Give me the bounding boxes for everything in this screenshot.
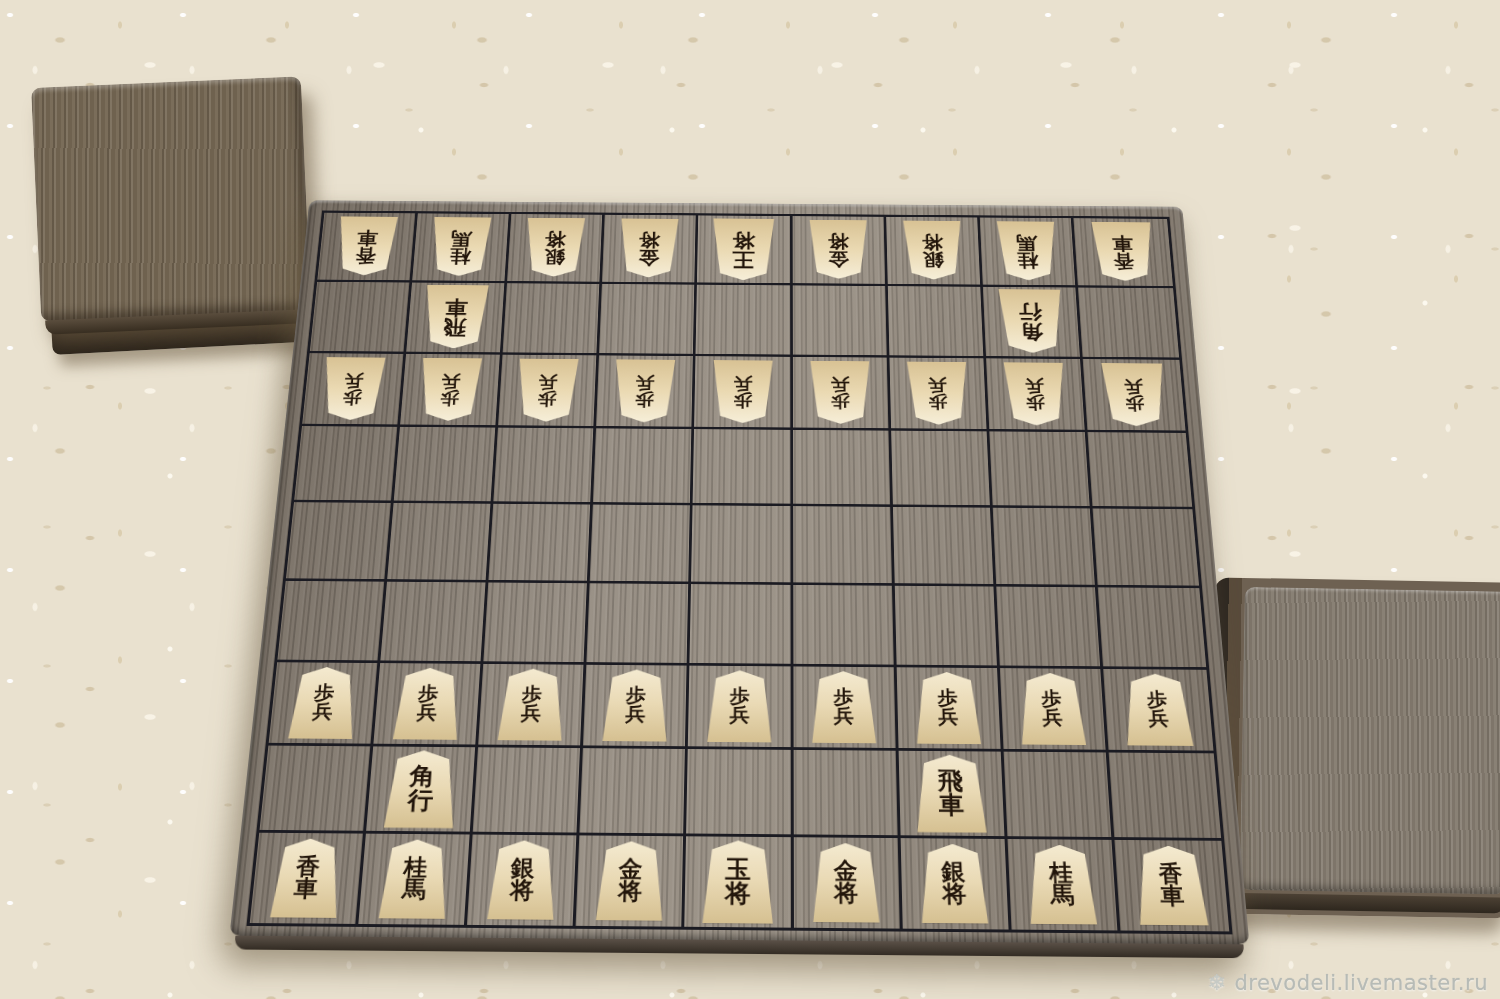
- board-cell: [686, 749, 793, 837]
- board-cell: [996, 586, 1103, 668]
- board-cell: [887, 286, 985, 358]
- watermark: ❄drevodeli.livemaster.ru: [1208, 970, 1489, 995]
- piece-kanji: 馬: [1050, 884, 1075, 907]
- piece-kanji: 香: [355, 246, 377, 264]
- board-cell: 歩兵: [986, 358, 1088, 432]
- board-cell: 銀将: [900, 838, 1011, 929]
- gote-pawn-piece: 歩兵: [418, 358, 483, 421]
- board-cell: 銀将: [886, 217, 983, 287]
- board-grid: 香車桂馬銀将金将王将金将銀将桂馬香車飛車角行歩兵歩兵歩兵歩兵歩兵歩兵歩兵歩兵歩兵…: [246, 211, 1232, 935]
- board-cell: [1078, 287, 1179, 359]
- gote-knight-piece: 桂馬: [429, 217, 492, 276]
- sente-silver-general-piece: 銀将: [487, 840, 558, 920]
- sente-gold-general-piece: 金将: [595, 841, 665, 921]
- piece-kanji: 歩: [1124, 394, 1144, 410]
- board-cell: 歩兵: [688, 665, 793, 750]
- piece-kanji: 兵: [1123, 378, 1143, 394]
- board-cell: 歩兵: [896, 667, 1003, 752]
- piece-kanji: 車: [1111, 234, 1133, 251]
- board-cell: 香車: [1114, 840, 1229, 931]
- board-cell: [587, 583, 692, 665]
- piece-kanji: 歩: [440, 389, 460, 405]
- board-cell: 歩兵: [1103, 669, 1214, 754]
- board-cell: 角行: [983, 287, 1083, 359]
- board-cell: [792, 285, 889, 357]
- board-cell: 桂馬: [980, 218, 1078, 288]
- board-cell: [1092, 509, 1199, 589]
- board-cell: 歩兵: [694, 356, 792, 430]
- board-cell: [593, 429, 694, 506]
- board-cell: [380, 582, 488, 664]
- piece-kanji: 兵: [625, 705, 646, 724]
- board-cell: [690, 584, 793, 666]
- gote-gold-general-piece: 金将: [619, 219, 679, 278]
- board-cell: 金将: [576, 836, 687, 927]
- board-cell: 歩兵: [793, 666, 898, 751]
- piece-kanji: 兵: [441, 373, 461, 389]
- board-cell: 桂馬: [412, 213, 511, 283]
- board-cell: 飛車: [898, 751, 1007, 839]
- piece-kanji: 車: [938, 793, 964, 817]
- piece-kanji: 兵: [834, 707, 854, 726]
- piece-kanji: 車: [444, 298, 468, 317]
- gote-pawn-piece: 歩兵: [906, 362, 969, 425]
- piece-kanji: 王: [732, 249, 755, 268]
- piece-kanji: 歩: [1025, 394, 1045, 410]
- piece-kanji: 歩: [733, 391, 752, 407]
- board-cell: [259, 746, 373, 834]
- board-cell: [1109, 753, 1222, 841]
- piece-kanji: 歩: [831, 392, 850, 408]
- board-cell: 角行: [366, 747, 478, 835]
- piece-kanji: 兵: [938, 708, 959, 727]
- piece-kanji: 兵: [729, 706, 749, 725]
- piece-kanji: 金: [828, 250, 849, 268]
- piece-kanji: 桂: [449, 247, 471, 265]
- piece-kanji: 香: [1112, 252, 1134, 270]
- board-cell: [503, 283, 602, 355]
- board-cell: [387, 503, 493, 582]
- board-cell: [1098, 587, 1207, 669]
- gote-pawn-piece: 歩兵: [712, 360, 773, 423]
- gote-silver-general-piece: 銀将: [524, 218, 586, 277]
- board-cell: [599, 284, 697, 356]
- board-cell: 歩兵: [478, 664, 586, 749]
- board-cell: [894, 586, 999, 668]
- piece-kanji: 馬: [401, 879, 426, 902]
- board-cell: 歩兵: [302, 353, 406, 427]
- sente-pawn-piece: 歩兵: [497, 669, 565, 741]
- piece-kanji: 歩: [538, 390, 558, 406]
- piece-kanji: 将: [828, 232, 849, 249]
- gote-pawn-piece: 歩兵: [1100, 363, 1167, 426]
- board-cell: 歩兵: [268, 662, 380, 747]
- board-cell: [793, 750, 900, 838]
- board-cell: 歩兵: [373, 663, 483, 748]
- photo-scene: 香車桂馬銀将金将王将金将銀将桂馬香車飛車角行歩兵歩兵歩兵歩兵歩兵歩兵歩兵歩兵歩兵…: [0, 0, 1500, 999]
- board-cell: [473, 748, 583, 836]
- piece-kanji: 車: [293, 878, 319, 901]
- piece-kanji: 兵: [1042, 709, 1063, 728]
- piece-box-left-lid: [31, 76, 311, 322]
- sente-gold-general-piece: 金将: [812, 843, 880, 923]
- piece-kanji: 歩: [342, 388, 362, 404]
- board-cell: [693, 429, 793, 506]
- board-cell: [493, 428, 596, 505]
- board-cell: [294, 426, 400, 503]
- sente-pawn-piece: 歩兵: [915, 672, 982, 744]
- piece-kanji: 将: [834, 882, 858, 905]
- sente-bishop-piece: 角行: [383, 750, 459, 828]
- piece-kanji: 車: [1159, 885, 1185, 908]
- board-cell: [893, 507, 996, 586]
- piece-kanji: 兵: [927, 377, 946, 393]
- sente-lance-piece: 香車: [269, 838, 344, 918]
- piece-kanji: 兵: [733, 375, 752, 391]
- board-cell: [696, 285, 793, 357]
- sente-pawn-piece: 歩兵: [1018, 673, 1087, 745]
- board-cell: [483, 582, 589, 664]
- board-cell: 桂馬: [1007, 839, 1120, 930]
- board-cell: 王将: [697, 215, 792, 285]
- piece-kanji: 兵: [636, 375, 655, 391]
- board-cell: [793, 585, 896, 667]
- board-cell: 歩兵: [1000, 668, 1109, 753]
- piece-kanji: 飛: [443, 317, 467, 337]
- board-cell: [590, 505, 693, 584]
- board-cell: 金将: [792, 216, 887, 286]
- board-cell: 歩兵: [1083, 359, 1186, 433]
- board-cell: 銀将: [467, 835, 579, 926]
- piece-kanji: 将: [509, 880, 534, 903]
- piece-kanji: 兵: [520, 704, 541, 723]
- sente-silver-general-piece: 銀将: [919, 844, 989, 924]
- piece-kanji: 兵: [538, 374, 558, 390]
- piece-kanji: 将: [639, 231, 660, 248]
- piece-kanji: 銀: [922, 250, 943, 268]
- gote-lance-piece: 香車: [1090, 222, 1155, 281]
- sente-pawn-piece: 歩兵: [392, 668, 462, 740]
- sente-pawn-piece: 歩兵: [288, 667, 359, 739]
- piece-kanji: 銀: [544, 247, 566, 265]
- piece-kanji: 兵: [1025, 378, 1045, 394]
- sente-rook-piece: 飛車: [915, 755, 988, 833]
- board-surface: 香車桂馬銀将金将王将金将銀将桂馬香車飛車角行歩兵歩兵歩兵歩兵歩兵歩兵歩兵歩兵歩兵…: [229, 200, 1249, 944]
- piece-kanji: 将: [545, 230, 567, 247]
- board-cell: [580, 749, 689, 837]
- piece-kanji: 車: [356, 229, 378, 246]
- piece-box-right: [1209, 577, 1500, 918]
- sente-pawn-piece: 歩兵: [1122, 674, 1194, 746]
- piece-kanji: 角: [1019, 321, 1043, 341]
- board-cell: [310, 282, 412, 354]
- gote-rook-piece: 飛車: [422, 285, 490, 349]
- board-cell: 香車: [317, 213, 418, 283]
- gote-lance-piece: 香車: [334, 217, 398, 276]
- gote-pawn-piece: 歩兵: [320, 357, 386, 420]
- piece-kanji: 馬: [451, 230, 473, 247]
- board-cell: 香車: [250, 833, 366, 924]
- board-cell: [394, 427, 498, 504]
- piece-kanji: 将: [733, 230, 756, 249]
- board-cell: 飛車: [406, 282, 507, 354]
- sente-lance-piece: 香車: [1134, 846, 1209, 926]
- board-cell: 歩兵: [792, 357, 890, 431]
- board-cell: [691, 505, 793, 584]
- piece-kanji: 行: [407, 789, 434, 813]
- board-cell: 香車: [1073, 218, 1173, 288]
- board-cell: [993, 508, 1098, 587]
- gote-king-piece: 王将: [712, 218, 775, 280]
- piece-kanji: 馬: [1016, 234, 1038, 251]
- piece-kanji: 将: [922, 233, 943, 250]
- piece-kanji: 行: [1018, 302, 1042, 321]
- piece-kanji: 将: [725, 882, 751, 907]
- gote-gold-general-piece: 金将: [809, 220, 868, 279]
- board-cell: [891, 431, 993, 508]
- board-cell: 歩兵: [583, 664, 690, 749]
- board-cell: 歩兵: [596, 355, 696, 429]
- board-cell: [277, 581, 387, 663]
- board-cell: 桂馬: [358, 834, 472, 925]
- board-cell: 金将: [602, 215, 698, 285]
- sente-pawn-piece: 歩兵: [602, 669, 669, 741]
- board-cell: [793, 506, 895, 585]
- board-cell: [793, 430, 893, 507]
- board-cell: 歩兵: [889, 357, 989, 431]
- shogi-board: 香車桂馬銀将金将王将金将銀将桂馬香車飛車角行歩兵歩兵歩兵歩兵歩兵歩兵歩兵歩兵歩兵…: [229, 200, 1249, 944]
- board-cell: 歩兵: [400, 354, 503, 428]
- board-cell: [1003, 752, 1114, 840]
- sente-pawn-piece: 歩兵: [707, 670, 772, 742]
- piece-box-right-lid: [1240, 587, 1500, 895]
- gote-pawn-piece: 歩兵: [1003, 362, 1067, 425]
- piece-kanji: 兵: [1148, 709, 1170, 728]
- board-cell: 歩兵: [498, 354, 599, 428]
- board-cell: 銀将: [507, 214, 605, 284]
- board-cell: [1087, 432, 1192, 509]
- snowflake-logo-icon: ❄: [1208, 970, 1227, 995]
- board-cell: [488, 504, 593, 583]
- piece-kanji: 金: [639, 248, 660, 266]
- piece-kanji: 兵: [416, 703, 437, 722]
- sente-pawn-piece: 歩兵: [811, 671, 877, 743]
- watermark-text: drevodeli.livemaster.ru: [1234, 971, 1488, 995]
- piece-kanji: 兵: [344, 372, 364, 388]
- board-cell: 玉将: [685, 837, 794, 928]
- board-cell: 金将: [793, 837, 902, 928]
- board-cell: [989, 432, 1092, 509]
- piece-kanji: 桂: [1017, 251, 1039, 269]
- gote-knight-piece: 桂馬: [996, 222, 1058, 281]
- sente-knight-piece: 桂馬: [378, 839, 451, 919]
- gote-silver-general-piece: 銀将: [902, 221, 963, 280]
- piece-kanji: 歩: [635, 391, 654, 407]
- piece-kanji: 兵: [312, 703, 334, 722]
- board-cell: [286, 502, 394, 581]
- piece-kanji: 兵: [830, 376, 849, 392]
- gote-bishop-piece: 角行: [998, 289, 1065, 353]
- gote-pawn-piece: 歩兵: [614, 359, 677, 422]
- gote-pawn-piece: 歩兵: [516, 359, 580, 422]
- sente-knight-piece: 桂馬: [1026, 845, 1098, 925]
- piece-kanji: 将: [942, 883, 967, 906]
- gote-pawn-piece: 歩兵: [809, 361, 870, 424]
- piece-kanji: 歩: [928, 393, 947, 409]
- piece-kanji: 将: [618, 881, 642, 904]
- sente-king-piece: 玉将: [702, 840, 774, 924]
